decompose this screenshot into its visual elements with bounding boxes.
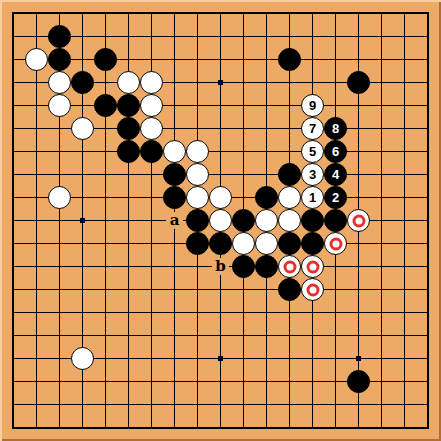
stone-black [347,370,370,393]
stone-white [255,209,278,232]
stone-white [278,186,301,209]
stone-white [163,140,186,163]
stone-black [48,25,71,48]
move-number: 9 [309,98,316,113]
stone-white [255,232,278,255]
stone-white [48,186,71,209]
move-number: 8 [332,121,339,136]
stone-black [163,186,186,209]
move-number: 6 [332,144,339,159]
stone-black [232,255,255,278]
stone-white [186,140,209,163]
stone-white [48,94,71,117]
stone-black [301,209,324,232]
stone-white [209,186,232,209]
stone-white [71,347,94,370]
stone-black [71,71,94,94]
stone-white [209,209,232,232]
stone-white [278,209,301,232]
stone-black [347,71,370,94]
stone-black [278,278,301,301]
stone-black: 2 [324,186,347,209]
point-label-a: a [166,212,183,229]
move-number: 4 [332,167,339,182]
stone-black: 4 [324,163,347,186]
stone-black [278,163,301,186]
circle-mark-icon [352,214,365,227]
stone-white-marked [301,278,324,301]
circle-mark-icon [306,260,319,273]
stone-white: 3 [301,163,324,186]
stone-black [232,209,255,232]
go-board: 246813579ab [0,0,441,441]
move-number: 1 [309,190,316,205]
stone-white: 9 [301,94,324,117]
stone-black: 8 [324,117,347,140]
stone-black [186,209,209,232]
stone-black [186,232,209,255]
stone-white-marked [278,255,301,278]
stone-black [94,94,117,117]
grid-line-vertical [404,13,405,428]
stone-white [232,232,255,255]
star-point [356,356,361,361]
stone-black [324,209,347,232]
stone-white-marked [301,255,324,278]
stone-white: 1 [301,186,324,209]
stone-white [71,117,94,140]
stone-white [25,48,48,71]
grid-line-vertical [381,13,382,428]
grid-line-horizontal [13,289,428,290]
stone-white [117,71,140,94]
stone-black [140,140,163,163]
stone-black [117,117,140,140]
move-number: 7 [309,121,316,136]
star-point [218,80,223,85]
stone-black [117,94,140,117]
circle-mark-icon [306,283,319,296]
stone-black [94,48,117,71]
stone-white [48,71,71,94]
grid-line-horizontal [13,404,428,405]
stone-black [278,48,301,71]
move-number: 5 [309,144,316,159]
stone-white [186,186,209,209]
grid-line-horizontal [13,335,428,336]
stone-white [140,94,163,117]
stone-black [301,232,324,255]
move-number: 2 [332,190,339,205]
stone-white-marked [324,232,347,255]
stone-black [209,232,232,255]
stone-white [140,71,163,94]
stone-black [117,140,140,163]
stone-white [186,163,209,186]
move-number: 3 [309,167,316,182]
point-label-b: b [212,258,229,275]
stone-white: 7 [301,117,324,140]
stone-white: 5 [301,140,324,163]
stone-black [278,232,301,255]
stone-black: 6 [324,140,347,163]
stone-black [255,186,278,209]
stone-black [163,163,186,186]
stone-white-marked [347,209,370,232]
grid-line-horizontal [13,312,428,313]
stone-black [255,255,278,278]
stone-black [48,48,71,71]
circle-mark-icon [283,260,296,273]
stone-white [140,117,163,140]
star-point [80,218,85,223]
circle-mark-icon [329,237,342,250]
star-point [218,356,223,361]
